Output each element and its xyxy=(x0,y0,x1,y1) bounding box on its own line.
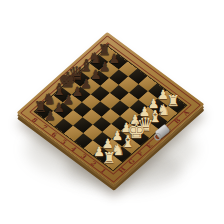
white-rook-h1: ♜ xyxy=(94,151,123,166)
photo-stage: ♜♟♟♜♞♟♟♞♝♟♟♝♛♟♟♛♚♟♟♚♝♟♟♝♞♟♟♞♜♟♟♜ A8B7C6D… xyxy=(0,0,224,224)
